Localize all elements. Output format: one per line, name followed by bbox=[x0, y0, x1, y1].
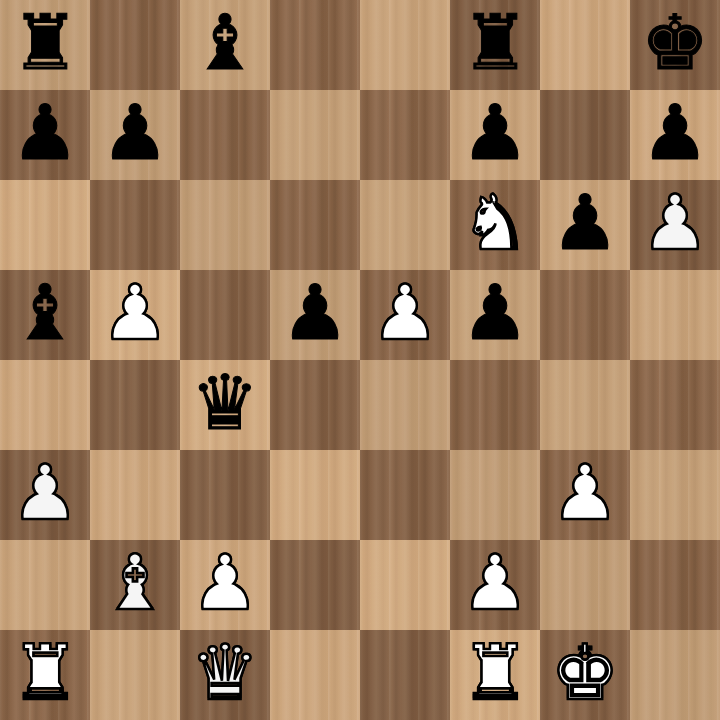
piece-black-king[interactable]: ♚ bbox=[641, 0, 709, 88]
square-d4[interactable] bbox=[270, 360, 360, 450]
piece-black-rook[interactable]: ♜ bbox=[461, 0, 529, 88]
square-a6[interactable] bbox=[0, 180, 90, 270]
chess-board: ♜♝♜♚♟♟♟♟♞♟♟♝♟♟♟♟♛♟♟♝♟♟♜♛♜♚ bbox=[0, 0, 720, 720]
piece-black-pawn[interactable]: ♟ bbox=[641, 88, 709, 178]
square-d5[interactable]: ♟ bbox=[270, 270, 360, 360]
piece-black-pawn[interactable]: ♟ bbox=[281, 268, 349, 358]
square-b3[interactable] bbox=[90, 450, 180, 540]
square-f4[interactable] bbox=[450, 360, 540, 450]
square-c1[interactable]: ♛ bbox=[180, 630, 270, 720]
square-e7[interactable] bbox=[360, 90, 450, 180]
square-h3[interactable] bbox=[630, 450, 720, 540]
square-h6[interactable]: ♟ bbox=[630, 180, 720, 270]
piece-white-knight[interactable]: ♞ bbox=[461, 178, 529, 268]
square-h4[interactable] bbox=[630, 360, 720, 450]
square-a5[interactable]: ♝ bbox=[0, 270, 90, 360]
piece-black-pawn[interactable]: ♟ bbox=[11, 88, 79, 178]
square-a8[interactable]: ♜ bbox=[0, 0, 90, 90]
square-h2[interactable] bbox=[630, 540, 720, 630]
square-h5[interactable] bbox=[630, 270, 720, 360]
square-g5[interactable] bbox=[540, 270, 630, 360]
piece-black-pawn[interactable]: ♟ bbox=[461, 88, 529, 178]
piece-white-pawn[interactable]: ♟ bbox=[461, 538, 529, 628]
square-a2[interactable] bbox=[0, 540, 90, 630]
square-f3[interactable] bbox=[450, 450, 540, 540]
square-a1[interactable]: ♜ bbox=[0, 630, 90, 720]
square-d1[interactable] bbox=[270, 630, 360, 720]
square-a7[interactable]: ♟ bbox=[0, 90, 90, 180]
square-f7[interactable]: ♟ bbox=[450, 90, 540, 180]
square-g3[interactable]: ♟ bbox=[540, 450, 630, 540]
piece-black-pawn[interactable]: ♟ bbox=[101, 88, 169, 178]
square-f6[interactable]: ♞ bbox=[450, 180, 540, 270]
square-e5[interactable]: ♟ bbox=[360, 270, 450, 360]
square-e8[interactable] bbox=[360, 0, 450, 90]
square-e4[interactable] bbox=[360, 360, 450, 450]
square-h1[interactable] bbox=[630, 630, 720, 720]
piece-white-pawn[interactable]: ♟ bbox=[101, 268, 169, 358]
piece-white-pawn[interactable]: ♟ bbox=[551, 448, 619, 538]
square-g4[interactable] bbox=[540, 360, 630, 450]
piece-white-rook[interactable]: ♜ bbox=[11, 628, 79, 718]
square-b5[interactable]: ♟ bbox=[90, 270, 180, 360]
piece-black-rook[interactable]: ♜ bbox=[11, 0, 79, 88]
square-f8[interactable]: ♜ bbox=[450, 0, 540, 90]
square-c8[interactable]: ♝ bbox=[180, 0, 270, 90]
piece-white-pawn[interactable]: ♟ bbox=[11, 448, 79, 538]
square-g2[interactable] bbox=[540, 540, 630, 630]
piece-white-pawn[interactable]: ♟ bbox=[191, 538, 259, 628]
square-e6[interactable] bbox=[360, 180, 450, 270]
square-g1[interactable]: ♚ bbox=[540, 630, 630, 720]
square-h8[interactable]: ♚ bbox=[630, 0, 720, 90]
piece-white-queen[interactable]: ♛ bbox=[191, 628, 259, 718]
square-c4[interactable]: ♛ bbox=[180, 360, 270, 450]
square-d7[interactable] bbox=[270, 90, 360, 180]
square-b4[interactable] bbox=[90, 360, 180, 450]
square-b2[interactable]: ♝ bbox=[90, 540, 180, 630]
square-d2[interactable] bbox=[270, 540, 360, 630]
square-f2[interactable]: ♟ bbox=[450, 540, 540, 630]
square-b1[interactable] bbox=[90, 630, 180, 720]
square-c5[interactable] bbox=[180, 270, 270, 360]
piece-black-queen[interactable]: ♛ bbox=[191, 358, 259, 448]
square-g8[interactable] bbox=[540, 0, 630, 90]
square-a3[interactable]: ♟ bbox=[0, 450, 90, 540]
square-d6[interactable] bbox=[270, 180, 360, 270]
piece-white-king[interactable]: ♚ bbox=[551, 628, 619, 718]
square-f5[interactable]: ♟ bbox=[450, 270, 540, 360]
square-b8[interactable] bbox=[90, 0, 180, 90]
piece-white-pawn[interactable]: ♟ bbox=[371, 268, 439, 358]
square-h7[interactable]: ♟ bbox=[630, 90, 720, 180]
square-d8[interactable] bbox=[270, 0, 360, 90]
square-c2[interactable]: ♟ bbox=[180, 540, 270, 630]
square-g7[interactable] bbox=[540, 90, 630, 180]
piece-black-pawn[interactable]: ♟ bbox=[551, 178, 619, 268]
square-c6[interactable] bbox=[180, 180, 270, 270]
square-c7[interactable] bbox=[180, 90, 270, 180]
square-f1[interactable]: ♜ bbox=[450, 630, 540, 720]
square-e1[interactable] bbox=[360, 630, 450, 720]
piece-black-pawn[interactable]: ♟ bbox=[461, 268, 529, 358]
piece-white-rook[interactable]: ♜ bbox=[461, 628, 529, 718]
square-e2[interactable] bbox=[360, 540, 450, 630]
square-e3[interactable] bbox=[360, 450, 450, 540]
square-c3[interactable] bbox=[180, 450, 270, 540]
square-g6[interactable]: ♟ bbox=[540, 180, 630, 270]
square-b6[interactable] bbox=[90, 180, 180, 270]
square-d3[interactable] bbox=[270, 450, 360, 540]
piece-black-bishop[interactable]: ♝ bbox=[11, 268, 79, 358]
square-a4[interactable] bbox=[0, 360, 90, 450]
square-b7[interactable]: ♟ bbox=[90, 90, 180, 180]
piece-black-bishop[interactable]: ♝ bbox=[191, 0, 259, 88]
piece-white-bishop[interactable]: ♝ bbox=[101, 538, 169, 628]
piece-white-pawn[interactable]: ♟ bbox=[641, 178, 709, 268]
